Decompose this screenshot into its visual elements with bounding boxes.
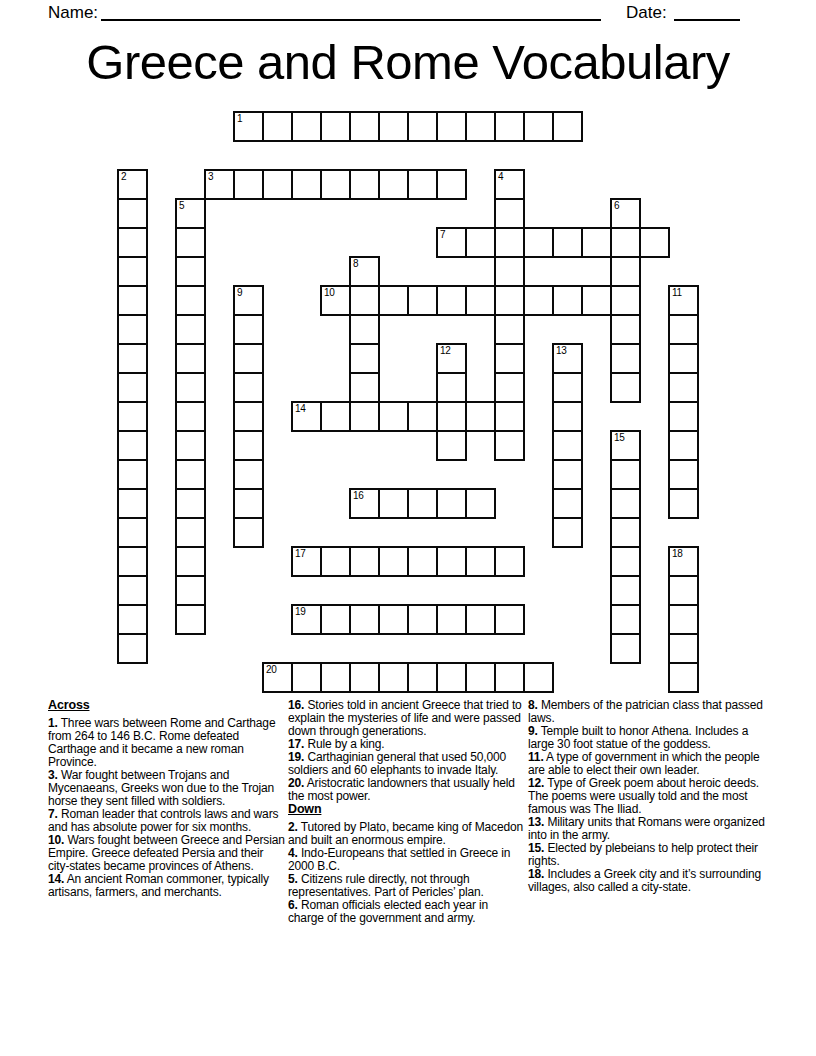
grid-cell[interactable] (436, 169, 467, 200)
grid-cell[interactable] (117, 198, 148, 229)
grid-cell[interactable] (465, 285, 496, 316)
cell-number: 8 (353, 258, 358, 269)
grid-cell[interactable] (465, 401, 496, 432)
grid-cell[interactable] (436, 401, 467, 432)
clue-number: 17. (288, 737, 304, 751)
cell-number: 16 (353, 490, 364, 501)
grid-cell[interactable] (320, 401, 351, 432)
cell-number: 6 (614, 200, 619, 211)
grid-cell[interactable] (494, 285, 525, 316)
grid-cell[interactable] (610, 227, 641, 258)
grid-cell[interactable] (378, 604, 409, 635)
clue-item: 8. Members of the patrician class that p… (528, 699, 766, 725)
grid-cell[interactable] (320, 169, 351, 200)
across-heading: Across (48, 699, 286, 712)
grid-cell[interactable] (494, 256, 525, 287)
grid-cell[interactable] (610, 546, 641, 577)
grid-cell[interactable] (117, 227, 148, 258)
cell-number: 1 (237, 113, 242, 124)
cell-number: 15 (614, 432, 625, 443)
grid-cell[interactable] (523, 662, 554, 693)
grid-cell[interactable] (407, 285, 438, 316)
grid-cell[interactable] (465, 662, 496, 693)
grid-cell[interactable] (610, 517, 641, 548)
grid-cell[interactable] (233, 459, 264, 490)
clue-number: 12. (528, 776, 544, 790)
grid-cell[interactable] (668, 633, 699, 664)
grid-cell[interactable] (436, 662, 467, 693)
grid-cell[interactable] (117, 459, 148, 490)
crossword-worksheet: Name: Date: Greece and Rome Vocabulary 1… (0, 0, 816, 1056)
grid-cell[interactable] (378, 285, 409, 316)
grid-cell[interactable] (117, 488, 148, 519)
grid-cell[interactable] (233, 314, 264, 345)
clue-item: 11. A type of government in which the pe… (528, 751, 766, 777)
grid-cell[interactable] (465, 111, 496, 142)
grid-cell[interactable] (233, 343, 264, 374)
cell-number: 10 (324, 287, 335, 298)
grid-cell[interactable] (494, 314, 525, 345)
cell-number: 9 (237, 287, 242, 298)
clue-number: 11. (528, 750, 544, 764)
grid-cell[interactable] (668, 459, 699, 490)
grid-cell[interactable] (378, 662, 409, 693)
grid-cell[interactable] (610, 314, 641, 345)
cell-number: 13 (556, 345, 567, 356)
grid-cell[interactable] (523, 285, 554, 316)
clue-number: 2. (288, 820, 298, 834)
grid-cell[interactable] (465, 227, 496, 258)
grid-cell[interactable] (436, 111, 467, 142)
cell-number: 20 (266, 664, 277, 675)
clue-number: 5. (288, 872, 298, 886)
grid-cell[interactable] (668, 662, 699, 693)
grid-cell[interactable]: 4 (494, 169, 525, 200)
clue-item: 13. Military units that Romans were orga… (528, 816, 766, 842)
clue-number: 1. (48, 716, 58, 730)
grid-cell[interactable] (523, 227, 554, 258)
crossword-grid: 1234567891011121314151617181920 (117, 111, 699, 693)
grid-cell[interactable] (175, 343, 206, 374)
grid-cell[interactable] (175, 401, 206, 432)
grid-cell[interactable]: 10 (320, 285, 351, 316)
grid-cell[interactable] (668, 430, 699, 461)
grid-cell[interactable] (610, 633, 641, 664)
grid-cell[interactable] (175, 546, 206, 577)
grid-cell[interactable] (233, 430, 264, 461)
grid-cell[interactable] (117, 285, 148, 316)
grid-cell[interactable]: 18 (668, 546, 699, 577)
down-heading: Down (288, 803, 526, 816)
grid-cell[interactable] (175, 314, 206, 345)
grid-cell[interactable] (610, 285, 641, 316)
clue-item: 5. Citizens rule directly, not through r… (288, 873, 526, 899)
grid-cell[interactable]: 12 (436, 343, 467, 374)
clue-number: 8. (528, 698, 538, 712)
clue-number: 7. (48, 807, 58, 821)
grid-cell[interactable] (581, 227, 612, 258)
cell-number: 4 (498, 171, 503, 182)
clue-number: 15. (528, 841, 544, 855)
clue-number: 19. (288, 750, 304, 764)
grid-cell[interactable] (320, 111, 351, 142)
grid-cell[interactable] (175, 604, 206, 635)
grid-cell[interactable] (465, 546, 496, 577)
clue-number: 16. (288, 698, 304, 712)
grid-cell[interactable] (494, 662, 525, 693)
grid-cell[interactable] (494, 546, 525, 577)
grid-cell[interactable]: 9 (233, 285, 264, 316)
grid-cell[interactable] (349, 285, 380, 316)
grid-cell[interactable] (552, 459, 583, 490)
grid-cell[interactable] (291, 662, 322, 693)
clue-number: 9. (528, 724, 538, 738)
grid-cell[interactable]: 17 (291, 546, 322, 577)
grid-cell[interactable] (668, 314, 699, 345)
grid-cell[interactable] (378, 111, 409, 142)
clue-item: 15. Elected by plebeians to help protect… (528, 842, 766, 868)
grid-cell[interactable] (175, 575, 206, 606)
grid-cell[interactable] (349, 546, 380, 577)
clue-number: 6. (288, 898, 298, 912)
grid-cell[interactable] (378, 488, 409, 519)
grid-cell[interactable]: 16 (349, 488, 380, 519)
clue-item: 6. Roman officials elected each year in … (288, 899, 526, 925)
cell-number: 11 (672, 287, 682, 298)
grid-cell[interactable] (610, 575, 641, 606)
grid-cell[interactable] (465, 488, 496, 519)
grid-cell[interactable] (349, 111, 380, 142)
cell-number: 2 (121, 171, 126, 182)
grid-cell[interactable] (175, 227, 206, 258)
grid-cell[interactable] (233, 372, 264, 403)
grid-cell[interactable] (175, 459, 206, 490)
grid-cell[interactable] (610, 256, 641, 287)
grid-cell[interactable] (494, 227, 525, 258)
grid-cell[interactable] (117, 430, 148, 461)
clue-item: 1. Three wars between Rome and Carthage … (48, 717, 286, 769)
grid-cell[interactable] (117, 517, 148, 548)
cell-number: 17 (295, 548, 306, 559)
cell-number: 19 (295, 606, 306, 617)
clue-item: 9. Temple built to honor Athena. Include… (528, 725, 766, 751)
grid-cell[interactable] (581, 285, 612, 316)
grid-cell[interactable] (233, 517, 264, 548)
grid-cell[interactable] (552, 488, 583, 519)
grid-cell[interactable] (668, 343, 699, 374)
grid-cell[interactable] (494, 401, 525, 432)
grid-cell[interactable] (349, 401, 380, 432)
clues-column-2: 16. Stories told in ancient Greece that … (288, 699, 526, 925)
name-label: Name: (48, 3, 98, 23)
cell-number: 5 (179, 200, 184, 211)
grid-cell[interactable] (378, 169, 409, 200)
page-title: Greece and Rome Vocabulary (0, 33, 816, 91)
grid-cell[interactable] (523, 111, 554, 142)
grid-cell[interactable] (117, 343, 148, 374)
grid-cell[interactable] (349, 343, 380, 374)
cell-number: 14 (295, 403, 306, 414)
grid-cell[interactable] (436, 546, 467, 577)
grid-cell[interactable]: 3 (204, 169, 235, 200)
grid-cell[interactable] (494, 343, 525, 374)
grid-cell[interactable] (175, 430, 206, 461)
grid-cell[interactable] (117, 401, 148, 432)
grid-cell[interactable] (349, 604, 380, 635)
grid-cell[interactable] (349, 314, 380, 345)
grid-cell[interactable] (494, 372, 525, 403)
clue-number: 4. (288, 846, 298, 860)
grid-cell[interactable] (175, 372, 206, 403)
grid-cell[interactable] (494, 111, 525, 142)
grid-cell[interactable]: 14 (291, 401, 322, 432)
cell-number: 18 (672, 548, 683, 559)
grid-cell[interactable] (291, 111, 322, 142)
grid-cell[interactable] (610, 343, 641, 374)
grid-cell[interactable] (436, 430, 467, 461)
grid-cell[interactable] (407, 169, 438, 200)
clue-item: 14. An ancient Roman commoner, typically… (48, 873, 286, 899)
grid-cell[interactable] (117, 256, 148, 287)
clue-number: 14. (48, 872, 64, 886)
grid-cell[interactable]: 13 (552, 343, 583, 374)
grid-cell[interactable] (494, 430, 525, 461)
grid-cell[interactable] (175, 517, 206, 548)
grid-cell[interactable] (262, 111, 293, 142)
grid-cell[interactable]: 8 (349, 256, 380, 287)
grid-cell[interactable] (233, 169, 264, 200)
grid-cell[interactable] (407, 662, 438, 693)
grid-cell[interactable] (436, 372, 467, 403)
grid-cell[interactable] (378, 546, 409, 577)
grid-cell[interactable] (552, 285, 583, 316)
grid-cell[interactable] (262, 169, 293, 200)
grid-cell[interactable] (610, 459, 641, 490)
grid-cell[interactable] (494, 198, 525, 229)
grid-cell[interactable] (233, 488, 264, 519)
grid-cell[interactable]: 20 (262, 662, 293, 693)
grid-cell[interactable]: 15 (610, 430, 641, 461)
grid-cell[interactable] (668, 575, 699, 606)
grid-cell[interactable] (233, 401, 264, 432)
grid-cell[interactable] (349, 169, 380, 200)
grid-cell[interactable] (117, 314, 148, 345)
grid-cell[interactable] (117, 546, 148, 577)
clue-number: 3. (48, 768, 58, 782)
clue-item: 10. Wars fought between Greece and Persi… (48, 834, 286, 873)
grid-cell[interactable]: 1 (233, 111, 264, 142)
grid-cell[interactable] (668, 401, 699, 432)
name-blank-line[interactable] (101, 1, 601, 21)
grid-cell[interactable] (349, 372, 380, 403)
grid-cell[interactable] (552, 372, 583, 403)
clue-number: 18. (528, 867, 544, 881)
cell-number: 3 (208, 171, 213, 182)
grid-cell[interactable] (349, 662, 380, 693)
grid-cell[interactable] (407, 401, 438, 432)
grid-cell[interactable]: 5 (175, 198, 206, 229)
clues-column-1: Across1. Three wars between Rome and Car… (48, 699, 286, 899)
grid-cell[interactable] (436, 285, 467, 316)
grid-cell[interactable] (639, 227, 670, 258)
cell-number: 7 (440, 229, 445, 240)
grid-cell[interactable] (320, 662, 351, 693)
grid-cell[interactable] (407, 546, 438, 577)
grid-cell[interactable] (320, 604, 351, 635)
clue-item: 3. War fought between Trojans and Mycena… (48, 769, 286, 808)
clue-number: 20. (288, 776, 304, 790)
grid-cell[interactable] (494, 604, 525, 635)
grid-cell[interactable] (407, 488, 438, 519)
grid-cell[interactable] (436, 604, 467, 635)
clue-item: 7. Roman leader that controls laws and w… (48, 808, 286, 834)
clue-item: 20. Aristocratic landowners that usually… (288, 777, 526, 803)
grid-cell[interactable] (610, 488, 641, 519)
grid-cell[interactable] (610, 604, 641, 635)
clue-item: 19. Carthaginian general that used 50,00… (288, 751, 526, 777)
grid-cell[interactable] (407, 604, 438, 635)
clue-item: 2. Tutored by Plato, became king of Mace… (288, 821, 526, 847)
grid-cell[interactable] (668, 488, 699, 519)
grid-cell[interactable]: 6 (610, 198, 641, 229)
grid-cell[interactable] (117, 633, 148, 664)
grid-cell[interactable] (117, 575, 148, 606)
clue-item: 18. Includes a Greek city and it’s surro… (528, 868, 766, 894)
grid-cell[interactable] (175, 256, 206, 287)
grid-cell[interactable] (668, 604, 699, 635)
grid-cell[interactable] (668, 372, 699, 403)
grid-cell[interactable] (610, 372, 641, 403)
grid-cell[interactable] (175, 488, 206, 519)
grid-cell[interactable] (465, 604, 496, 635)
grid-cell[interactable] (291, 169, 322, 200)
grid-cell[interactable] (378, 401, 409, 432)
grid-cell[interactable] (436, 488, 467, 519)
grid-cell[interactable] (552, 401, 583, 432)
grid-cell[interactable]: 19 (291, 604, 322, 635)
grid-cell[interactable]: 11 (668, 285, 699, 316)
clues-column-3: 8. Members of the patrician class that p… (528, 699, 766, 894)
grid-cell[interactable] (407, 111, 438, 142)
grid-cell[interactable] (552, 430, 583, 461)
grid-cell[interactable]: 2 (117, 169, 148, 200)
date-label: Date: (626, 3, 667, 23)
grid-cell[interactable]: 7 (436, 227, 467, 258)
grid-cell[interactable] (320, 546, 351, 577)
grid-cell[interactable] (117, 372, 148, 403)
clue-item: 12. Type of Greek poem about heroic deed… (528, 777, 766, 816)
cell-number: 12 (440, 345, 451, 356)
clue-number: 13. (528, 815, 544, 829)
grid-cell[interactable] (552, 227, 583, 258)
grid-cell[interactable] (552, 517, 583, 548)
grid-cell[interactable] (175, 285, 206, 316)
date-blank-line[interactable] (674, 1, 740, 21)
clue-item: 4. Indo-Europeans that settled in Greece… (288, 847, 526, 873)
grid-cell[interactable] (552, 111, 583, 142)
clue-number: 10. (48, 833, 64, 847)
clue-item: 16. Stories told in ancient Greece that … (288, 699, 526, 738)
grid-cell[interactable] (117, 604, 148, 635)
